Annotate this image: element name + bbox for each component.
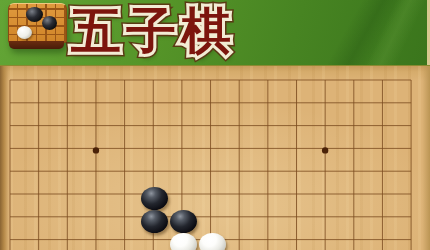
icon-black-stone	[42, 16, 57, 30]
icon-board-base	[9, 41, 64, 49]
goban-with-stones-icon	[8, 3, 65, 49]
black-stone	[170, 210, 197, 233]
app-title-text: 五子棋	[71, 1, 236, 61]
white-stone	[170, 233, 197, 250]
gomoku-app-window: 五子棋 五子棋 五子棋	[0, 0, 430, 250]
white-stone	[199, 233, 226, 250]
star-point	[93, 147, 99, 153]
icon-white-stone	[17, 26, 32, 39]
title-bar: 五子棋 五子棋 五子棋	[0, 0, 430, 66]
header-light-streak	[320, 0, 430, 66]
star-point	[322, 147, 328, 153]
black-stone	[141, 210, 168, 233]
icon-black-stone	[26, 7, 43, 22]
